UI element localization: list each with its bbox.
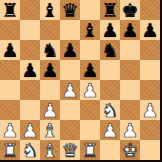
square-f2[interactable]: ♟: [100, 120, 120, 140]
square-b3[interactable]: [20, 100, 40, 120]
black-rook-f8[interactable]: ♜: [101, 0, 118, 20]
square-g4[interactable]: [120, 80, 140, 100]
white-pawn-f2[interactable]: ♟: [101, 120, 118, 140]
square-d3[interactable]: [60, 100, 80, 120]
black-pawn-d6[interactable]: ♟: [61, 40, 78, 60]
square-d5[interactable]: [60, 60, 80, 80]
square-d7[interactable]: [60, 20, 80, 40]
black-pawn-h7[interactable]: ♟: [141, 20, 158, 40]
white-pawn-h3[interactable]: ♟: [141, 100, 158, 120]
square-e2[interactable]: [80, 120, 100, 140]
black-knight-f6[interactable]: ♞: [101, 40, 118, 60]
white-bishop-c1[interactable]: ♝: [41, 140, 58, 160]
square-b2[interactable]: ♟: [20, 120, 40, 140]
square-f7[interactable]: ♟: [100, 20, 120, 40]
square-h4[interactable]: [140, 80, 160, 100]
square-b8[interactable]: [20, 0, 40, 20]
square-c8[interactable]: ♝: [40, 0, 60, 20]
black-king-g8[interactable]: ♚: [121, 0, 138, 20]
square-b4[interactable]: [20, 80, 40, 100]
square-g5[interactable]: [120, 60, 140, 80]
white-knight-f3[interactable]: ♞: [101, 100, 118, 120]
square-a6[interactable]: ♟: [0, 40, 20, 60]
white-bishop-c2[interactable]: ♝: [41, 120, 58, 140]
square-g8[interactable]: ♚: [120, 0, 140, 20]
square-c1[interactable]: ♝: [40, 140, 60, 160]
white-pawn-e4[interactable]: ♟: [81, 80, 98, 100]
square-g2[interactable]: ♟: [120, 120, 140, 140]
white-rook-e1[interactable]: ♜: [81, 140, 98, 160]
square-c4[interactable]: [40, 80, 60, 100]
square-d4[interactable]: ♟: [60, 80, 80, 100]
square-d6[interactable]: ♟: [60, 40, 80, 60]
square-e4[interactable]: ♟: [80, 80, 100, 100]
square-f3[interactable]: ♞: [100, 100, 120, 120]
square-d8[interactable]: ♛: [60, 0, 80, 20]
square-a1[interactable]: ♜: [0, 140, 20, 160]
white-pawn-a2[interactable]: ♟: [1, 120, 18, 140]
square-f4[interactable]: [100, 80, 120, 100]
black-queen-d8[interactable]: ♛: [61, 0, 78, 20]
square-h3[interactable]: ♟: [140, 100, 160, 120]
square-e5[interactable]: ♟: [80, 60, 100, 80]
square-h2[interactable]: [140, 120, 160, 140]
square-e1[interactable]: ♜: [80, 140, 100, 160]
square-b1[interactable]: ♞: [20, 140, 40, 160]
square-e6[interactable]: [80, 40, 100, 60]
chess-board: ♜♝♛♜♚♝♟♟♟♟♞♟♞♟♟♟♟♟♟♞♟♟♟♝♟♟♜♞♝♛♜♚: [0, 0, 162, 162]
square-b7[interactable]: [20, 20, 40, 40]
square-h1[interactable]: [140, 140, 160, 160]
black-pawn-f7[interactable]: ♟: [101, 20, 118, 40]
white-pawn-c3[interactable]: ♟: [41, 100, 58, 120]
white-pawn-d4[interactable]: ♟: [61, 80, 78, 100]
square-d1[interactable]: ♛: [60, 140, 80, 160]
square-c5[interactable]: ♟: [40, 60, 60, 80]
square-a7[interactable]: [0, 20, 20, 40]
square-h6[interactable]: [140, 40, 160, 60]
square-g6[interactable]: [120, 40, 140, 60]
black-knight-c6[interactable]: ♞: [41, 40, 58, 60]
square-g3[interactable]: [120, 100, 140, 120]
square-f5[interactable]: [100, 60, 120, 80]
white-queen-d1[interactable]: ♛: [61, 140, 78, 160]
square-f8[interactable]: ♜: [100, 0, 120, 20]
square-b5[interactable]: ♟: [20, 60, 40, 80]
square-h5[interactable]: [140, 60, 160, 80]
square-d2[interactable]: [60, 120, 80, 140]
black-pawn-c5[interactable]: ♟: [41, 60, 58, 80]
white-pawn-b2[interactable]: ♟: [21, 120, 38, 140]
square-g1[interactable]: ♚: [120, 140, 140, 160]
square-a5[interactable]: [0, 60, 20, 80]
square-e7[interactable]: ♝: [80, 20, 100, 40]
black-bishop-c8[interactable]: ♝: [41, 0, 58, 20]
white-pawn-g2[interactable]: ♟: [121, 120, 138, 140]
square-f1[interactable]: [100, 140, 120, 160]
square-b6[interactable]: [20, 40, 40, 60]
chess-board-screenshot: ♜♝♛♜♚♝♟♟♟♟♞♟♞♟♟♟♟♟♟♞♟♟♟♝♟♟♜♞♝♛♜♚: [0, 0, 162, 162]
square-h8[interactable]: [140, 0, 160, 20]
square-g7[interactable]: ♟: [120, 20, 140, 40]
square-a3[interactable]: [0, 100, 20, 120]
square-c6[interactable]: ♞: [40, 40, 60, 60]
black-bishop-e7[interactable]: ♝: [81, 20, 98, 40]
square-c3[interactable]: ♟: [40, 100, 60, 120]
white-knight-b1[interactable]: ♞: [21, 140, 38, 160]
white-rook-a1[interactable]: ♜: [1, 140, 18, 160]
square-a8[interactable]: ♜: [0, 0, 20, 20]
square-f6[interactable]: ♞: [100, 40, 120, 60]
square-c2[interactable]: ♝: [40, 120, 60, 140]
black-pawn-a6[interactable]: ♟: [1, 40, 18, 60]
black-pawn-g7[interactable]: ♟: [121, 20, 138, 40]
black-rook-a8[interactable]: ♜: [1, 0, 18, 20]
square-a4[interactable]: [0, 80, 20, 100]
square-a2[interactable]: ♟: [0, 120, 20, 140]
square-c7[interactable]: [40, 20, 60, 40]
square-e8[interactable]: [80, 0, 100, 20]
square-h7[interactable]: ♟: [140, 20, 160, 40]
black-pawn-b5[interactable]: ♟: [21, 60, 38, 80]
white-king-g1[interactable]: ♚: [121, 140, 138, 160]
square-e3[interactable]: [80, 100, 100, 120]
black-pawn-e5[interactable]: ♟: [81, 60, 98, 80]
